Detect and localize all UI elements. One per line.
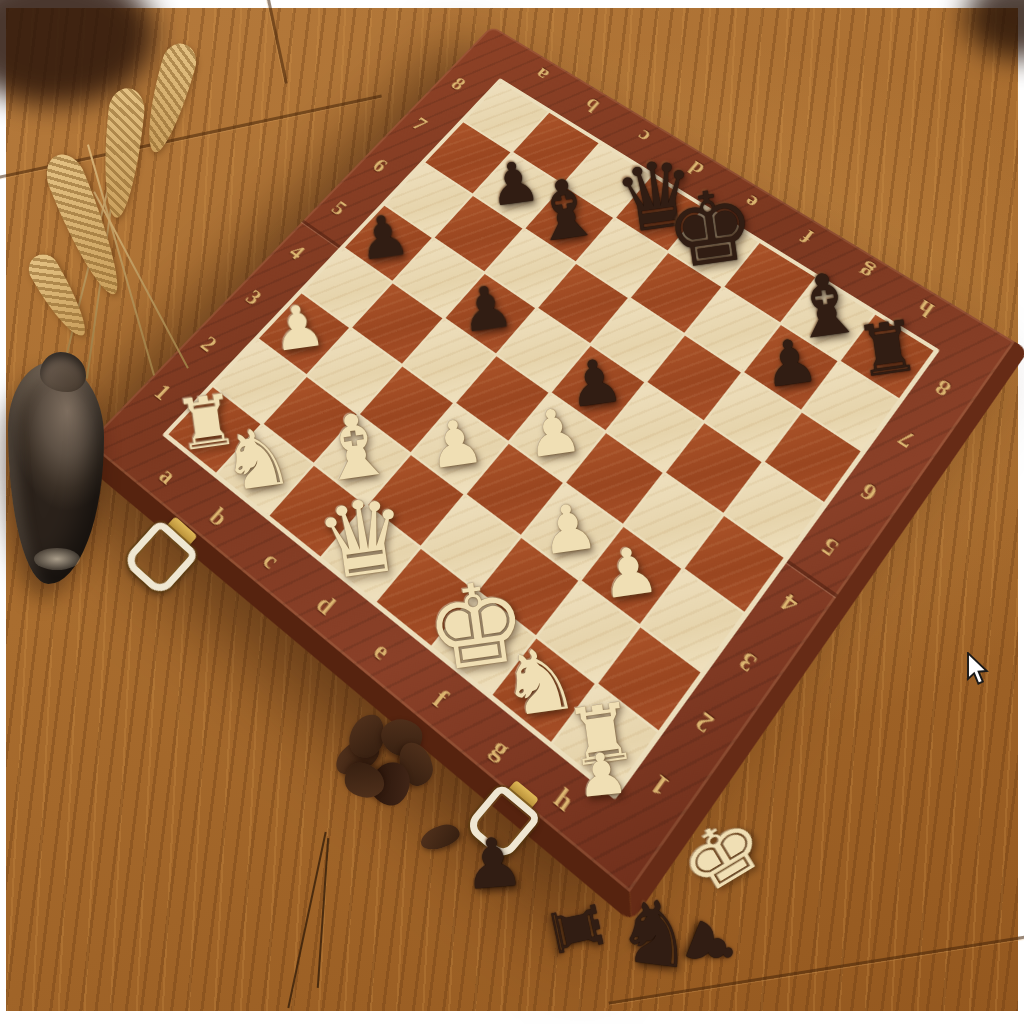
- piece-white-knight-b1[interactable]: ♞: [216, 416, 298, 505]
- piece-black-bishop-c7[interactable]: ♝: [524, 165, 607, 255]
- piece-black-pawn-g7[interactable]: ♟: [759, 328, 822, 396]
- piece-black-pawn-a5[interactable]: ♟: [354, 206, 413, 270]
- piece-white-pawn-d3[interactable]: ♟: [423, 410, 487, 479]
- piece-black-rook-h8[interactable]: ♜: [852, 310, 924, 388]
- product-photo: aabbccddeeffgghh1122334455667788 ♛♚♝♜♟♝♟…: [0, 0, 1024, 1024]
- piece-white-queen-d1[interactable]: ♛: [311, 482, 416, 596]
- piece-white-pawn-a3[interactable]: ♟: [268, 296, 329, 362]
- dried-pod: [330, 712, 440, 812]
- mouse-cursor-icon: [965, 652, 991, 686]
- offboard-black-rook-3[interactable]: ♜: [540, 891, 613, 967]
- floor-plank-seam: [266, 0, 288, 84]
- piece-white-pawn-e4[interactable]: ♟: [522, 399, 586, 468]
- piece-black-pawn-c5[interactable]: ♟: [456, 275, 517, 341]
- vase-highlight: [34, 548, 80, 570]
- piece-white-pawn-f3[interactable]: ♟: [536, 493, 602, 564]
- piece-black-king-e8[interactable]: ♚: [660, 173, 762, 284]
- offboard-black-pawn-2[interactable]: ♟: [460, 828, 527, 901]
- offboard-white-pawn-0[interactable]: ♟: [573, 744, 631, 807]
- piece-white-pawn-g3[interactable]: ♟: [595, 536, 662, 609]
